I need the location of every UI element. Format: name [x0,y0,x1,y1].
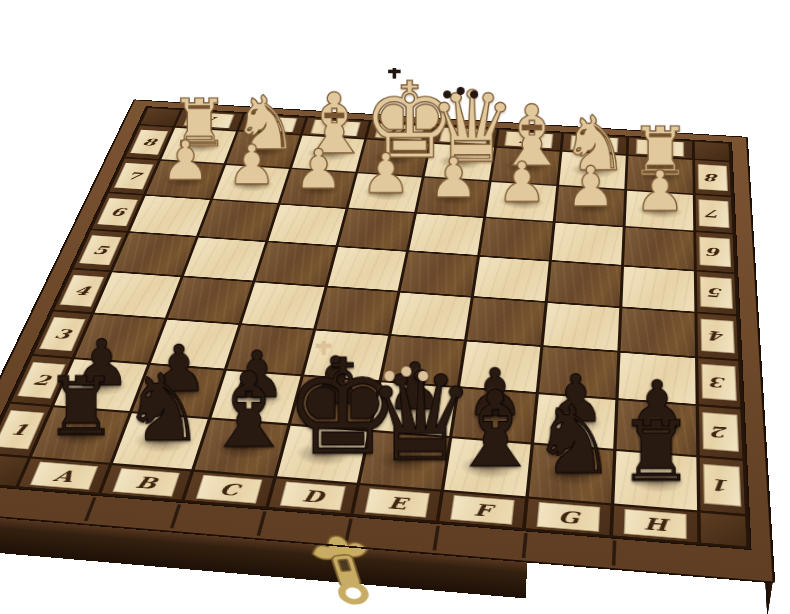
piece-glyph: ♟ [420,150,486,205]
square-d4 [316,287,397,333]
square-c4 [242,282,325,328]
product-photo: ABCDEFGH8♜♞♝♚♛♝♞♜87♟♟♟♟♟♟♟♟7665544332♟♟♟… [0,0,790,614]
coordinate-text: C [196,475,262,504]
coordinate-text: 8 [698,165,728,192]
piece-black-bishop: ♝ [447,377,528,467]
square-b5 [184,238,265,281]
square-f6 [480,218,552,260]
dark-cross-finial [392,65,396,78]
piece-white-pawn: ♟ [626,163,693,211]
square-a1: ♜ [32,407,129,463]
square-h4 [621,308,695,356]
square-g5 [548,262,621,307]
square-c7: ♟ [281,169,355,207]
square-g4 [544,303,620,351]
clasp-ring [339,584,367,603]
coordinate-text: 6 [699,237,731,267]
piece-black-knight: ♞ [121,362,201,441]
coordinate-text: F [505,131,553,148]
square-d6 [339,209,414,250]
piece-glyph: ♜ [615,409,697,493]
coordinate-text: F [450,495,514,525]
square-g1: ♞ [529,445,613,504]
piece-glyph: ♟ [285,141,351,196]
piece-black-king: ♚ [283,342,363,454]
square-a7: ♟ [146,161,223,199]
square-d1: ♚ [277,426,368,483]
coordinate-text: G [571,135,619,152]
square-h1: ♜ [614,451,697,510]
coordinate-text: H [624,509,686,539]
coordinate-text: 3 [701,364,736,401]
file-label-bottom-f: F [439,492,525,528]
rank-label-left-4: 4 [54,270,109,313]
rank-label-right-6: 6 [696,232,734,272]
piece-black-knight: ♞ [531,393,613,474]
square-c1: ♝ [195,419,288,476]
rank-label-right-2: 2 [699,406,743,459]
piece-black-rook: ♜ [615,409,697,481]
square-f5 [474,257,549,301]
piece-glyph: ♜ [41,365,120,447]
square-e5 [401,252,477,296]
square-g6 [552,223,623,265]
chess-board: ABCDEFGH8♜♞♝♚♛♝♞♜87♟♟♟♟♟♟♟♟7665544332♟♟♟… [0,99,775,583]
square-g7: ♟ [556,186,625,225]
rank-label-right-5: 5 [697,272,736,315]
piece-glyph: ♟ [219,137,285,192]
coordinate-text: G [537,502,600,532]
coordinate-text: D [375,123,424,140]
rank-label-right-3: 3 [698,358,740,407]
file-label-bottom-h: H [613,506,697,543]
coordinate-text: A [30,462,98,490]
piece-white-pawn: ♟ [420,150,486,197]
square-c6 [269,205,346,246]
square-e4 [392,293,471,340]
piece-glyph: ♝ [447,377,528,483]
piece-glyph: ♝ [202,358,282,463]
coordinate-text: 1 [0,410,44,449]
frame-corner-top-right [695,142,730,161]
square-b7: ♟ [213,165,289,203]
square-h5 [622,267,694,312]
coordinate-text: 4 [701,319,735,353]
square-b6 [199,200,277,240]
piece-white-pawn: ♟ [219,137,285,184]
coordinate-text: E [365,488,430,517]
coordinate-text: A [184,112,234,128]
square-e6 [409,214,483,255]
coordinate-text: D [280,482,345,511]
rank-label-right-1: 1 [700,458,745,514]
coordinate-text: H [637,139,684,156]
square-h7: ♟ [626,191,694,231]
piece-glyph: ♟ [352,145,418,200]
square-b1: ♞ [113,413,208,469]
coordinate-text: 5 [79,235,122,265]
scene: ABCDEFGH8♜♞♝♚♛♝♞♜87♟♟♟♟♟♟♟♟7665544332♟♟♟… [0,0,790,614]
file-label-bottom-e: E [354,485,441,521]
piece-glyph: ♟ [626,163,693,219]
square-d7: ♟ [349,173,422,212]
file-label-bottom-d: D [269,478,357,513]
piece-white-pawn: ♟ [557,158,624,205]
coordinate-text: 4 [60,275,104,307]
piece-black-rook: ♜ [41,365,120,434]
file-label-bottom-b: B [102,465,191,500]
rank-label-right-8: 8 [695,160,731,196]
rank-label-right-4: 4 [697,314,738,360]
piece-white-pawn: ♟ [285,141,351,188]
piece-black-queen: ♛ [365,355,446,460]
square-a6 [130,196,210,236]
coordinate-text: B [113,468,180,497]
square-e1: ♛ [360,432,449,490]
piece-white-pawn: ♟ [352,145,418,192]
piece-glyph: ♟ [488,154,555,210]
light-cross-finial [321,338,325,355]
piece-white-pawn: ♟ [488,154,555,201]
square-f1: ♝ [444,438,530,496]
square-h6 [624,227,694,269]
coordinate-text: 5 [700,277,733,309]
file-label-bottom-a: A [19,459,109,493]
square-a4 [95,272,181,317]
coordinate-text: C [311,120,360,137]
file-label-bottom-c: C [185,472,273,507]
rank-label-right-7: 7 [696,195,733,233]
square-d5 [328,247,406,291]
frame-corner-bottom-right [701,513,747,547]
board-frame: ABCDEFGH8♜♞♝♚♛♝♞♜87♟♟♟♟♟♟♟♟7665544332♟♟♟… [0,106,752,550]
square-b4 [168,277,252,323]
coordinate-text: 7 [114,163,154,190]
square-a5 [113,233,196,276]
coordinate-text: 2 [702,413,739,452]
coordinate-text: B [248,116,298,133]
brass-clasp-icon [300,531,392,611]
square-f7: ♟ [486,182,556,221]
coordinate-text: 7 [699,200,730,228]
coordinate-text: 6 [97,198,138,226]
piece-black-bishop: ♝ [202,358,282,447]
file-label-bottom-g: G [526,499,611,535]
coordinate-text: E [440,127,488,144]
square-e7: ♟ [417,178,489,217]
square-c5 [256,242,336,285]
piece-glyph: ♟ [557,158,624,214]
coordinate-text: 1 [703,465,741,507]
square-f4 [467,298,544,345]
